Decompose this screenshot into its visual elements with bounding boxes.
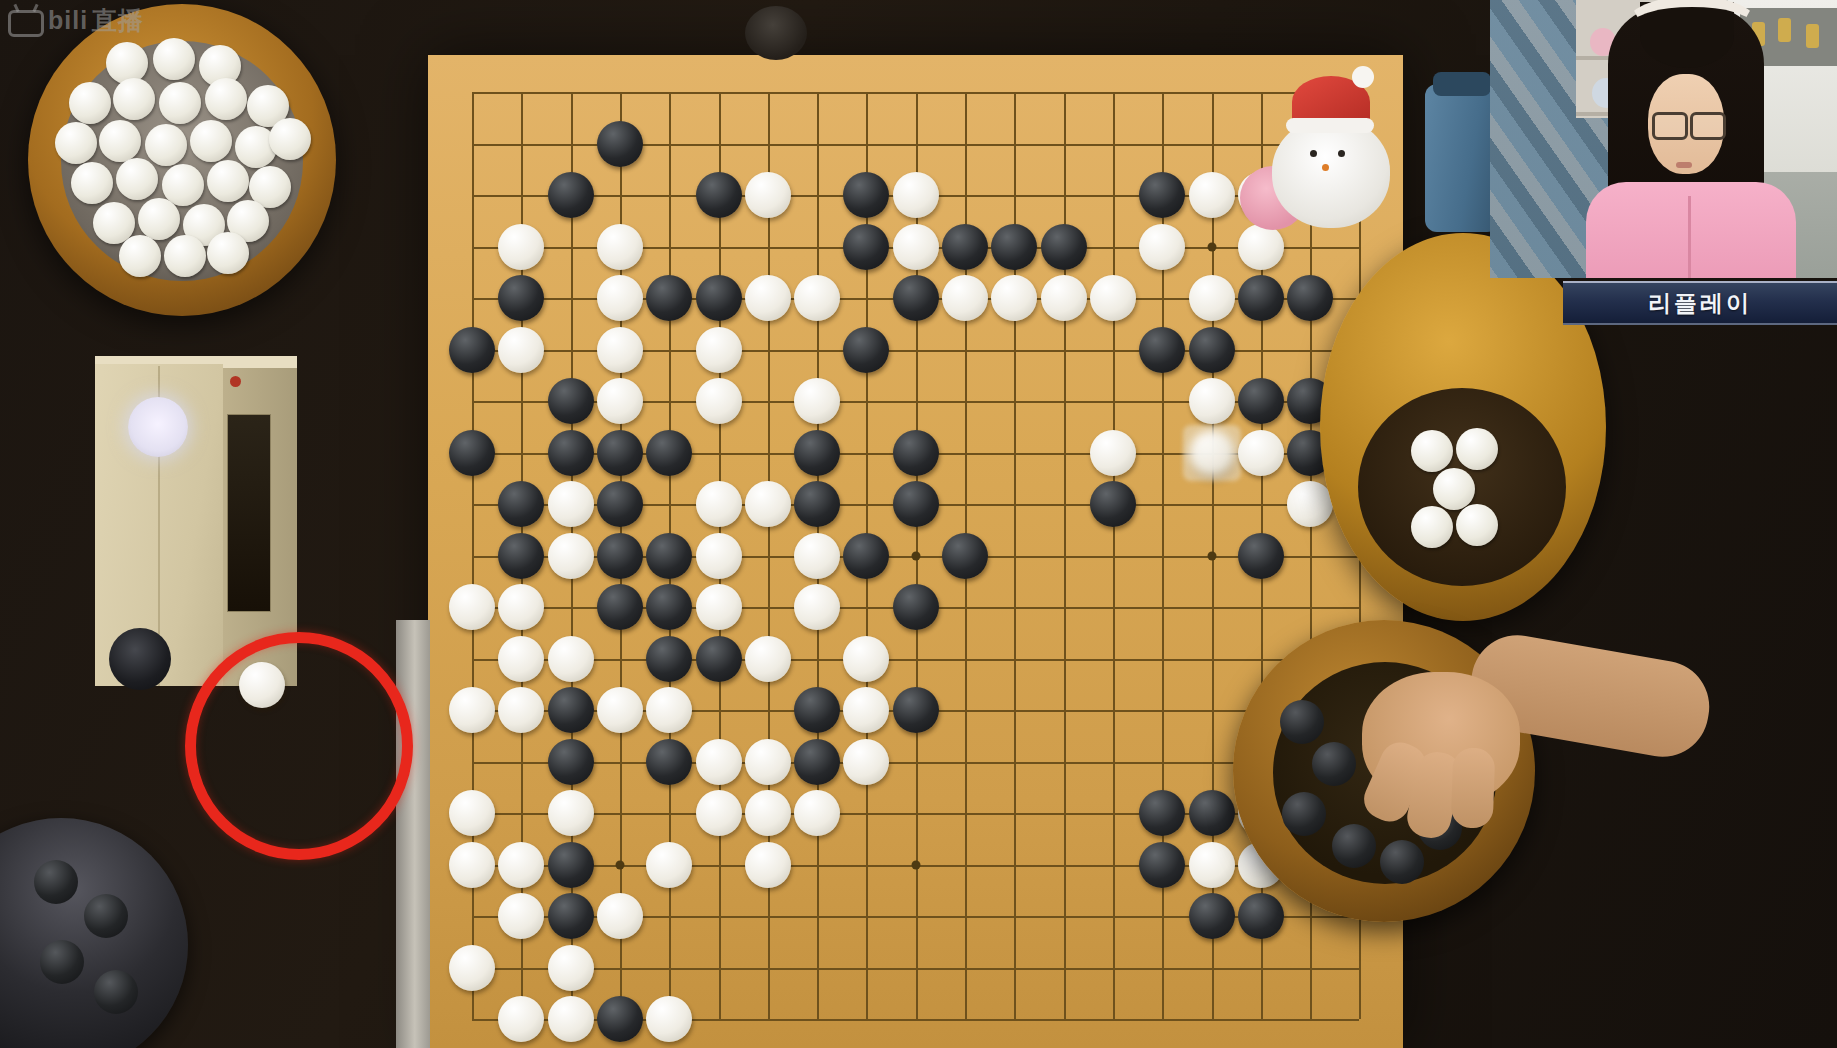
- go-stone-white: [745, 275, 791, 321]
- star-point: [911, 860, 920, 869]
- go-stone-white: [1189, 172, 1235, 218]
- go-stone-white: [745, 172, 791, 218]
- go-stone-white: [1189, 275, 1235, 321]
- bowl-white-stone: [190, 120, 232, 162]
- go-stone-white: [843, 687, 889, 733]
- captured-white-stone: [239, 662, 285, 708]
- highlight-ring: [185, 632, 413, 860]
- go-stone-white: [696, 533, 742, 579]
- go-stone-white: [991, 275, 1037, 321]
- watermark-prefix: bili: [48, 6, 88, 35]
- go-stone-white: [942, 275, 988, 321]
- bowl-white-stone: [207, 232, 249, 274]
- star-point: [1207, 242, 1216, 251]
- go-stone-white: [1090, 430, 1136, 476]
- go-stone-black: [696, 275, 742, 321]
- star-point: [615, 860, 624, 869]
- go-stone-black: [893, 275, 939, 321]
- grid-line-h: [472, 968, 1359, 970]
- go-stone-white: [1041, 275, 1087, 321]
- go-stone-white: [1287, 481, 1333, 527]
- bowl-white-stone: [119, 235, 161, 277]
- go-stone-black: [449, 430, 495, 476]
- snowman-nose: [1322, 164, 1329, 171]
- go-stone-black: [597, 430, 643, 476]
- go-stone-white: [745, 739, 791, 785]
- go-stone-white: [548, 533, 594, 579]
- go-stone-black: [1287, 275, 1333, 321]
- go-stone-black: [1238, 378, 1284, 424]
- go-stone-white: [548, 945, 594, 991]
- trophy-icon: [1806, 24, 1819, 48]
- go-stone-black: [597, 584, 643, 630]
- bowl-white-stone: [71, 162, 113, 204]
- trophy-icon: [1778, 18, 1791, 42]
- blue-tumbler: [1425, 84, 1499, 232]
- go-stone-black: [843, 533, 889, 579]
- go-stone-white: [1189, 842, 1235, 888]
- go-stone-black: [646, 636, 692, 682]
- go-stone-black: [942, 533, 988, 579]
- star-point: [1207, 551, 1216, 560]
- go-stone-white: [597, 893, 643, 939]
- go-stone-white: [597, 687, 643, 733]
- go-stone-white: [794, 584, 840, 630]
- go-stone-white: [696, 584, 742, 630]
- go-stone-black: [1189, 790, 1235, 836]
- bowl-white-stone: [69, 82, 111, 124]
- go-stone-black: [597, 996, 643, 1042]
- go-stone-black: [498, 275, 544, 321]
- go-stone-black: [548, 739, 594, 785]
- star-point: [911, 551, 920, 560]
- watermark-text: 直播: [92, 4, 144, 37]
- snowman-eye: [1338, 150, 1345, 157]
- go-stone-white: [449, 790, 495, 836]
- bowl-white-stone: [138, 198, 180, 240]
- go-stone-white: [548, 790, 594, 836]
- pink-hoodie: [1586, 182, 1796, 278]
- go-stone-white: [1189, 430, 1235, 476]
- go-stone-black: [597, 121, 643, 167]
- clock-led-icon: [230, 376, 241, 387]
- bowl-white-stone: [1456, 504, 1498, 546]
- go-stone-black: [794, 430, 840, 476]
- go-stone-black: [843, 327, 889, 373]
- go-stone-black: [1139, 842, 1185, 888]
- go-stone-black: [1238, 893, 1284, 939]
- go-stone-white: [548, 481, 594, 527]
- go-stone-white: [449, 687, 495, 733]
- go-stone-white: [597, 378, 643, 424]
- go-stone-white: [498, 636, 544, 682]
- go-stone-white: [498, 893, 544, 939]
- bilibili-tv-icon: [8, 10, 44, 37]
- go-stone-white: [696, 739, 742, 785]
- go-stone-white: [646, 996, 692, 1042]
- bowl-black-stone: [1312, 742, 1356, 786]
- go-stone-black: [548, 842, 594, 888]
- go-stone-black: [646, 430, 692, 476]
- go-stone-white: [1139, 224, 1185, 270]
- go-stone-white: [794, 378, 840, 424]
- go-stone-white: [597, 327, 643, 373]
- bowl-white-stone: [207, 160, 249, 202]
- go-stone-black: [843, 172, 889, 218]
- go-stone-black: [498, 481, 544, 527]
- go-stone-white: [893, 224, 939, 270]
- go-stone-white: [597, 224, 643, 270]
- go-stone-white: [498, 842, 544, 888]
- santa-hat-brim: [1286, 118, 1374, 133]
- go-stone-black: [597, 481, 643, 527]
- go-stone-white: [794, 275, 840, 321]
- broadcast-frame: 리플레이 bili 直播: [0, 0, 1837, 1048]
- go-stone-white: [498, 224, 544, 270]
- white-stone-bowl: [28, 4, 336, 316]
- bowl-white-stone: [269, 118, 311, 160]
- go-stone-white: [646, 842, 692, 888]
- bowl-white-stone: [113, 78, 155, 120]
- go-stone-black: [646, 275, 692, 321]
- bowl-white-stone: [1411, 430, 1453, 472]
- player-mouth: [1676, 162, 1692, 168]
- go-stone-black: [548, 378, 594, 424]
- grid-line-v: [1113, 92, 1115, 1019]
- go-stone-black: [646, 584, 692, 630]
- go-stone-white: [745, 842, 791, 888]
- go-stone-white: [1090, 275, 1136, 321]
- go-stone-white: [794, 790, 840, 836]
- go-stone-black: [794, 481, 840, 527]
- go-stone-black: [1090, 481, 1136, 527]
- grid-line-h: [472, 659, 1359, 661]
- go-stone-white: [794, 533, 840, 579]
- go-stone-white: [597, 275, 643, 321]
- go-stone-black: [498, 533, 544, 579]
- caption-bar: 리플레이: [1563, 281, 1837, 325]
- go-stone-white: [696, 327, 742, 373]
- go-stone-black: [696, 172, 742, 218]
- bowl-interior: [61, 41, 303, 281]
- bowl-black-stone: [94, 970, 138, 1014]
- go-stone-black: [1139, 172, 1185, 218]
- go-stone-black: [646, 533, 692, 579]
- go-stone-black: [1238, 533, 1284, 579]
- go-stone-white: [498, 327, 544, 373]
- go-stone-white: [449, 842, 495, 888]
- go-stone-white: [646, 687, 692, 733]
- go-stone-white: [498, 996, 544, 1042]
- bowl-white-stone: [116, 158, 158, 200]
- go-stone-black: [1139, 327, 1185, 373]
- glasses-icon: [1652, 112, 1688, 140]
- small-tray: [745, 6, 807, 60]
- go-stone-white: [449, 584, 495, 630]
- bowl-white-stone: [145, 124, 187, 166]
- go-stone-black: [1189, 893, 1235, 939]
- go-stone-white: [696, 481, 742, 527]
- go-stone-black: [843, 224, 889, 270]
- clock-display: [227, 414, 271, 612]
- go-stone-black: [1041, 224, 1087, 270]
- bowl-white-stone: [99, 120, 141, 162]
- grid-line-h: [472, 762, 1359, 764]
- bowl-white-stone: [106, 42, 148, 84]
- go-stone-black: [696, 636, 742, 682]
- go-stone-white: [1238, 430, 1284, 476]
- go-stone-white: [745, 481, 791, 527]
- go-stone-black: [794, 739, 840, 785]
- go-stone-black: [548, 687, 594, 733]
- go-stone-black: [548, 430, 594, 476]
- go-stone-white: [449, 945, 495, 991]
- bowl-black-stone: [1282, 792, 1326, 836]
- go-stone-black: [449, 327, 495, 373]
- go-stone-white: [498, 584, 544, 630]
- bowl-white-stone: [153, 38, 195, 80]
- bowl-white-stone: [55, 122, 97, 164]
- go-stone-white: [893, 172, 939, 218]
- go-stone-white: [745, 636, 791, 682]
- go-stone-white: [1189, 378, 1235, 424]
- go-stone-black: [1139, 790, 1185, 836]
- bowl-black-stone: [1380, 840, 1424, 884]
- go-stone-white: [1238, 224, 1284, 270]
- bowl-white-stone: [164, 235, 206, 277]
- go-stone-white: [696, 790, 742, 836]
- go-stone-white: [843, 739, 889, 785]
- go-stone-white: [498, 687, 544, 733]
- bowl-white-stone: [1456, 428, 1498, 470]
- bowl-black-stone: [1280, 700, 1324, 744]
- go-stone-white: [745, 790, 791, 836]
- bowl-white-stone: [205, 78, 247, 120]
- bowl-white-stone: [159, 82, 201, 124]
- finger: [1451, 747, 1496, 828]
- bowl-black-stone: [84, 894, 128, 938]
- snowman-eye: [1310, 150, 1317, 157]
- clock-black-button: [109, 628, 171, 690]
- glasses-icon: [1690, 112, 1726, 140]
- hoodie-zipper: [1688, 196, 1691, 278]
- go-stone-black: [548, 893, 594, 939]
- bowl-white-stone: [1411, 506, 1453, 548]
- go-stone-black: [1238, 275, 1284, 321]
- go-stone-black: [893, 481, 939, 527]
- santa-hat-pompom: [1352, 66, 1374, 88]
- go-stone-black: [893, 584, 939, 630]
- go-stone-white: [843, 636, 889, 682]
- go-stone-white: [548, 996, 594, 1042]
- go-stone-black: [646, 739, 692, 785]
- go-stone-black: [942, 224, 988, 270]
- bowl-white-stone: [1433, 468, 1475, 510]
- snowman-plush: [1272, 118, 1390, 228]
- go-stone-black: [548, 172, 594, 218]
- bowl-black-stone: [40, 940, 84, 984]
- go-stone-black: [893, 430, 939, 476]
- board-side-face: [396, 620, 430, 1048]
- go-stone-black: [991, 224, 1037, 270]
- watermark: bili 直播: [8, 4, 144, 37]
- go-stone-black: [597, 533, 643, 579]
- caption-text: 리플레이: [1648, 288, 1752, 319]
- bowl-black-stone: [1332, 824, 1376, 868]
- go-stone-black: [794, 687, 840, 733]
- clock-white-button: [128, 397, 188, 457]
- go-stone-white: [696, 378, 742, 424]
- go-stone-black: [893, 687, 939, 733]
- bowl-black-stone: [34, 860, 78, 904]
- tumbler-cap: [1433, 72, 1491, 96]
- webcam-video: [1490, 0, 1837, 278]
- go-stone-white: [548, 636, 594, 682]
- go-stone-black: [1189, 327, 1235, 373]
